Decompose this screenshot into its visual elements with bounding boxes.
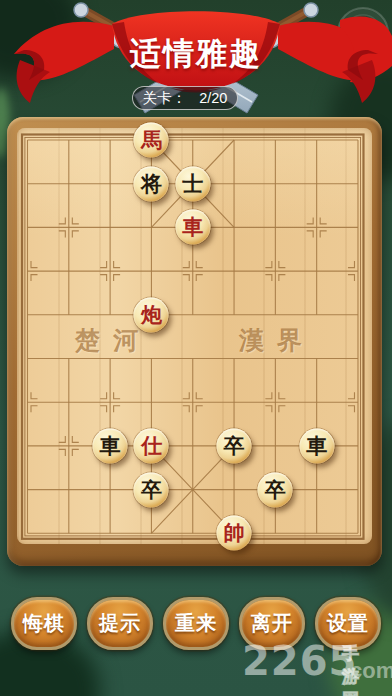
piece-black-advisor[interactable]: 士	[175, 166, 210, 201]
piece-character: 車	[306, 434, 327, 455]
piece-character: 馬	[141, 129, 162, 150]
piece-black-general[interactable]: 将	[134, 166, 169, 201]
page-title: 适情雅趣	[0, 33, 392, 75]
piece-black-soldier[interactable]: 卒	[134, 472, 169, 507]
piece-character: 車	[100, 434, 121, 455]
watermark-site: 手游网	[342, 642, 360, 696]
piece-character: 炮	[141, 303, 162, 324]
piece-red-horse[interactable]: 馬	[134, 123, 169, 158]
piece-character: 帥	[224, 522, 245, 543]
piece-red-general[interactable]: 帥	[217, 516, 252, 551]
piece-red-cannon[interactable]: 炮	[134, 297, 169, 332]
piece-black-chariot[interactable]: 車	[299, 428, 334, 463]
piece-character: 車	[182, 216, 203, 237]
piece-character: 卒	[265, 478, 286, 499]
restart-button[interactable]: 重来	[163, 597, 229, 650]
hint-button[interactable]: 提示	[87, 597, 153, 650]
piece-character: 卒	[141, 478, 162, 499]
footer-toolbar: 悔棋 提示 重来 离开 设置	[0, 597, 392, 650]
piece-black-soldier[interactable]: 卒	[258, 472, 293, 507]
piece-red-advisor[interactable]: 仕	[134, 428, 169, 463]
piece-black-soldier[interactable]: 卒	[217, 428, 252, 463]
game-screen: 楚河 漢界 馬将士車炮車仕卒車卒卒帥	[0, 0, 392, 696]
piece-character: 将	[141, 172, 162, 193]
level-value: 2/20	[199, 90, 227, 106]
undo-button[interactable]: 悔棋	[11, 597, 77, 650]
piece-black-chariot[interactable]: 車	[93, 428, 128, 463]
level-label: 关卡：	[143, 89, 187, 108]
piece-character: 士	[182, 172, 203, 193]
level-pill: 关卡： 2/20	[132, 86, 238, 110]
settings-button[interactable]: 设置	[315, 597, 381, 650]
watermark-domain: .com	[344, 658, 392, 684]
piece-character: 卒	[224, 434, 245, 455]
river-label-right: 漢界	[222, 324, 332, 357]
leave-button[interactable]: 离开	[239, 597, 305, 650]
piece-red-chariot[interactable]: 車	[175, 210, 210, 245]
piece-character: 仕	[141, 434, 162, 455]
